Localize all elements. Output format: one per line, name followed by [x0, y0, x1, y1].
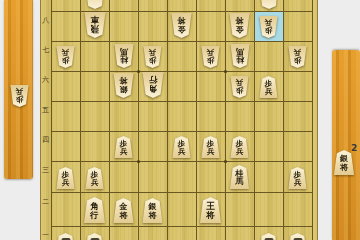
hoshi-dot	[137, 70, 140, 73]
rank-label-7: 七	[40, 46, 51, 54]
rank-label-3: 三	[40, 166, 51, 174]
hand-count-silver: 2	[351, 143, 357, 153]
rank-label-6: 六	[40, 76, 51, 84]
rank-label-1: 一	[40, 231, 51, 239]
rank-label-5: 五	[40, 106, 51, 114]
rank-label-8: 八	[40, 16, 51, 24]
shogi-board[interactable]: 八七六五四三二一 飛車金将金将歩兵歩兵桂馬歩兵歩兵桂馬歩兵銀将角行歩兵歩兵歩兵歩…	[40, 0, 318, 240]
hoshi-dot	[224, 160, 227, 163]
rank-label-4: 四	[40, 136, 51, 144]
rank-label-2: 二	[40, 198, 51, 206]
shogi-app: 2 八七六五四三二一 飛車金将金将歩兵歩兵桂馬歩兵歩兵桂馬歩兵銀将角行歩兵歩兵歩…	[0, 0, 360, 240]
hoshi-dot	[224, 70, 227, 73]
hoshi-dot	[137, 160, 140, 163]
